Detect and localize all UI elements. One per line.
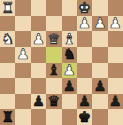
square-e7[interactable]: ♛: [46, 94, 61, 110]
square-a7[interactable]: ♟: [108, 94, 123, 110]
square-c2[interactable]: ♟: [77, 16, 92, 32]
square-g4[interactable]: ♟: [15, 47, 30, 63]
black-pawn-piece: ♟: [93, 78, 106, 93]
white-bishop-piece: ♝: [63, 31, 76, 46]
square-b8[interactable]: [92, 109, 107, 125]
square-f6[interactable]: [31, 78, 46, 94]
black-pawn-piece: ♟: [109, 94, 122, 109]
square-e8[interactable]: [46, 109, 61, 125]
square-d3[interactable]: ♝: [62, 31, 77, 47]
square-f3[interactable]: ♟: [31, 31, 46, 47]
square-f5[interactable]: [31, 63, 46, 79]
square-b6[interactable]: ♟: [92, 78, 107, 94]
square-d7[interactable]: [62, 94, 77, 110]
square-e2[interactable]: [46, 16, 61, 32]
square-d2[interactable]: [62, 16, 77, 32]
black-pawn-piece: ♟: [32, 94, 45, 109]
square-f1[interactable]: [31, 0, 46, 16]
white-queen-piece: ♛: [47, 31, 60, 46]
square-h6[interactable]: [0, 78, 15, 94]
square-d6[interactable]: ♟: [62, 78, 77, 94]
square-h5[interactable]: [0, 63, 15, 79]
white-pawn-piece: ♟: [32, 31, 45, 46]
white-pawn-piece: ♟: [93, 16, 106, 31]
white-pawn-piece: ♟: [63, 63, 76, 78]
square-g8[interactable]: [15, 109, 30, 125]
square-h2[interactable]: [0, 16, 15, 32]
square-d5[interactable]: ♟: [62, 63, 77, 79]
square-g3[interactable]: [15, 31, 30, 47]
square-c4[interactable]: [77, 47, 92, 63]
square-h1[interactable]: ♜: [0, 0, 15, 16]
black-king-piece: ♚: [78, 109, 91, 124]
square-f7[interactable]: ♟: [31, 94, 46, 110]
square-g6[interactable]: [15, 78, 30, 94]
square-b3[interactable]: [92, 31, 107, 47]
square-d8[interactable]: [62, 109, 77, 125]
chess-app-viewport: ♜♚♟♟♟♞♟♛♝♟♞♝♟♟♟♟♛♟♟♜♚: [0, 0, 123, 125]
black-rook-piece: ♜: [1, 109, 14, 124]
square-e5[interactable]: ♝: [46, 63, 61, 79]
square-f2[interactable]: [31, 16, 46, 32]
white-pawn-piece: ♟: [109, 16, 122, 31]
square-e3[interactable]: ♛: [46, 31, 61, 47]
square-b4[interactable]: [92, 47, 107, 63]
square-c8[interactable]: ♚: [77, 109, 92, 125]
square-e1[interactable]: [46, 0, 61, 16]
square-e4[interactable]: [46, 47, 61, 63]
square-f4[interactable]: [31, 47, 46, 63]
white-pawn-piece: ♟: [17, 47, 30, 62]
black-queen-piece: ♛: [47, 94, 60, 109]
square-f8[interactable]: [31, 109, 46, 125]
square-d1[interactable]: [62, 0, 77, 16]
square-c1[interactable]: ♚: [77, 0, 92, 16]
square-c3[interactable]: [77, 31, 92, 47]
square-b1[interactable]: [92, 0, 107, 16]
square-g1[interactable]: [15, 0, 30, 16]
square-d4[interactable]: ♞: [62, 47, 77, 63]
square-a6[interactable]: [108, 78, 123, 94]
black-bishop-piece: ♝: [47, 63, 60, 78]
white-knight-piece: ♞: [1, 31, 14, 46]
square-b7[interactable]: [92, 94, 107, 110]
square-a1[interactable]: [108, 0, 123, 16]
square-g2[interactable]: [15, 16, 30, 32]
square-h4[interactable]: [0, 47, 15, 63]
chess-board: ♜♚♟♟♟♞♟♛♝♟♞♝♟♟♟♟♛♟♟♜♚: [0, 0, 123, 125]
square-a2[interactable]: ♟: [108, 16, 123, 32]
black-knight-piece: ♞: [63, 47, 76, 62]
square-e6[interactable]: [46, 78, 61, 94]
square-h8[interactable]: ♜: [0, 109, 15, 125]
square-g5[interactable]: [15, 63, 30, 79]
square-b2[interactable]: ♟: [92, 16, 107, 32]
square-b5[interactable]: [92, 63, 107, 79]
white-pawn-piece: ♟: [78, 16, 91, 31]
square-a4[interactable]: [108, 47, 123, 63]
square-c7[interactable]: ♟: [77, 94, 92, 110]
white-king-piece: ♚: [78, 0, 91, 15]
black-pawn-piece: ♟: [63, 78, 76, 93]
square-h3[interactable]: ♞: [0, 31, 15, 47]
square-g7[interactable]: [15, 94, 30, 110]
square-h7[interactable]: [0, 94, 15, 110]
square-c6[interactable]: [77, 78, 92, 94]
square-a3[interactable]: [108, 31, 123, 47]
square-c5[interactable]: [77, 63, 92, 79]
square-a8[interactable]: [108, 109, 123, 125]
black-pawn-piece: ♟: [78, 94, 91, 109]
white-rook-piece: ♜: [1, 0, 14, 15]
square-a5[interactable]: [108, 63, 123, 79]
